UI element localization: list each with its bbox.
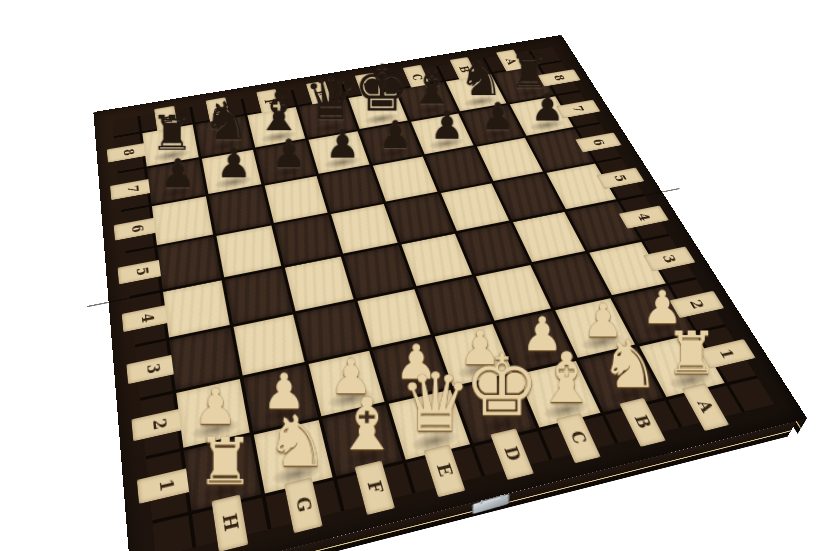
piece-white-bishop[interactable]: ♝ bbox=[335, 388, 400, 460]
file-label-bottom-B: B bbox=[619, 397, 665, 446]
rank-label-right-6: 6 bbox=[575, 132, 621, 152]
clasp-hook-icon bbox=[480, 492, 504, 505]
clasp-latch-icon bbox=[471, 494, 509, 515]
square-g1[interactable]: ♞ bbox=[254, 420, 333, 494]
rank-label-left-4-cell: 4 bbox=[130, 292, 166, 344]
file-label-bottom-C: C bbox=[556, 412, 601, 462]
rank-label-right-4: 4 bbox=[619, 205, 669, 228]
chess-board: HGFEDCBA8♜♞♝♛♚♝♞♜87♟♟♟♟♟♟♟♟7665544332♟♟♟… bbox=[112, 47, 774, 551]
square-h1[interactable]: ♜ bbox=[184, 436, 261, 512]
piece-black-pawn[interactable]: ♟ bbox=[271, 135, 306, 174]
rank-label-right-3: 3 bbox=[643, 246, 695, 271]
rank-label-left-5-cell: 5 bbox=[126, 248, 160, 296]
piece-black-pawn[interactable]: ♟ bbox=[481, 98, 515, 136]
file-label-bottom-C-cell: C bbox=[541, 416, 615, 459]
rank-label-left-1-cell: 1 bbox=[146, 452, 188, 521]
square-f7[interactable]: ♟ bbox=[256, 140, 316, 183]
rank-label-left-6: 6 bbox=[114, 217, 162, 241]
piece-black-pawn[interactable]: ♟ bbox=[325, 125, 360, 164]
piece-white-rook[interactable]: ♜ bbox=[196, 430, 254, 494]
square-g6[interactable] bbox=[209, 186, 271, 234]
rank-label-right-5-cell: 5 bbox=[598, 159, 644, 199]
piece-black-pawn[interactable]: ♟ bbox=[430, 107, 464, 145]
piece-black-pawn[interactable]: ♟ bbox=[160, 154, 196, 194]
piece-black-pawn[interactable]: ♟ bbox=[531, 90, 564, 127]
piece-white-king[interactable]: ♚ bbox=[464, 343, 540, 428]
square-e1[interactable]: ♛ bbox=[389, 390, 470, 460]
studio-background: HGFEDCBA8♜♞♝♛♚♝♞♜87♟♟♟♟♟♟♟♟7665544332♟♟♟… bbox=[0, 0, 827, 551]
rank-label-right-5: 5 bbox=[596, 168, 644, 190]
piece-black-queen[interactable]: ♛ bbox=[304, 69, 358, 130]
piece-black-pawn[interactable]: ♟ bbox=[216, 144, 252, 184]
file-label-bottom-E-cell: E bbox=[407, 447, 482, 493]
piece-black-pawn[interactable]: ♟ bbox=[378, 116, 412, 154]
rank-label-left-7-cell: 7 bbox=[118, 169, 149, 210]
piece-white-queen[interactable]: ♛ bbox=[399, 363, 472, 444]
rank-label-right-4-cell: 4 bbox=[620, 196, 668, 239]
file-label-bottom-G: G bbox=[284, 477, 323, 533]
file-label-bottom-E: E bbox=[423, 444, 465, 497]
square-h6[interactable] bbox=[152, 196, 213, 245]
rank-label-left-2-cell: 2 bbox=[140, 394, 179, 457]
piece-white-knight[interactable]: ♞ bbox=[600, 331, 660, 397]
file-label-bottom-H: H bbox=[212, 494, 249, 551]
board-frame: HGFEDCBA8♜♞♝♛♚♝♞♜87♟♟♟♟♟♟♟♟7665544332♟♟♟… bbox=[93, 35, 807, 551]
piece-white-knight[interactable]: ♞ bbox=[265, 406, 329, 477]
file-label-bottom-A: A bbox=[681, 383, 729, 431]
rank-label-left-8-cell: 8 bbox=[114, 134, 144, 172]
file-label-bottom-D: D bbox=[490, 428, 534, 479]
square-f1[interactable]: ♝ bbox=[322, 405, 402, 477]
rank-label-left-6-cell: 6 bbox=[121, 207, 153, 251]
frame-corner bbox=[153, 515, 193, 551]
piece-white-bishop[interactable]: ♝ bbox=[536, 343, 598, 413]
file-label-bottom-A-cell: A bbox=[668, 386, 742, 427]
rank-label-left-3-cell: 3 bbox=[135, 341, 172, 398]
piece-white-rook[interactable]: ♜ bbox=[665, 324, 718, 383]
rank-label-left-4: 4 bbox=[122, 304, 174, 332]
board-perspective-wrapper: HGFEDCBA8♜♞♝♛♚♝♞♜87♟♟♟♟♟♟♟♟7665544332♟♟♟… bbox=[93, 35, 807, 551]
file-label-bottom-F: F bbox=[355, 460, 395, 514]
square-e6[interactable] bbox=[319, 166, 383, 212]
piece-black-king[interactable]: ♚ bbox=[354, 57, 411, 121]
